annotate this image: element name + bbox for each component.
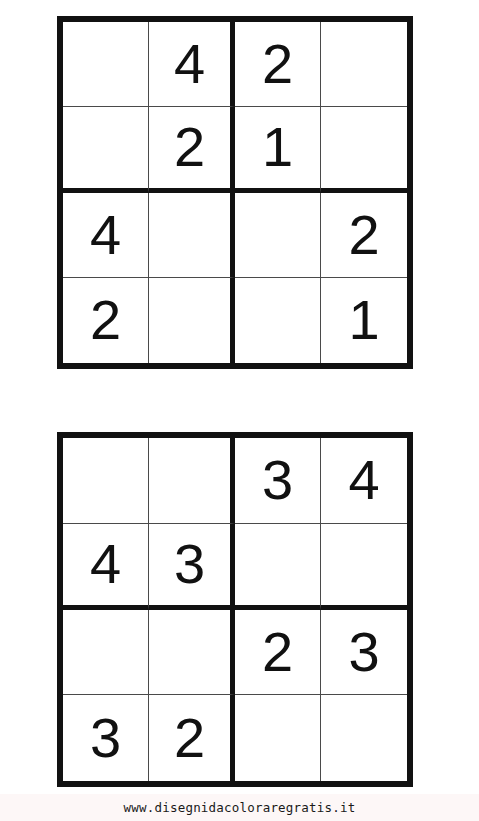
p2-cell-r4c4-empty[interactable] [321, 695, 407, 781]
p2-cell-r4c1-given: 3 [63, 695, 149, 781]
p1-cell-r3c1-given: 4 [63, 193, 149, 278]
p1-cell-r4c2-empty[interactable] [149, 278, 235, 363]
p2-cell-r3c2-empty[interactable] [149, 610, 235, 696]
p2-cell-r2c3-empty[interactable] [235, 524, 321, 610]
sudoku-board-2: 34432332 [57, 432, 413, 787]
watermark-url: www.disegnidacoloraregratis.it [124, 800, 356, 815]
p1-cell-r2c1-empty[interactable] [63, 107, 149, 192]
p2-cell-r1c4-given: 4 [321, 438, 407, 524]
p1-cell-r3c4-given: 2 [321, 193, 407, 278]
p1-cell-r4c1-given: 2 [63, 278, 149, 363]
p2-cell-r2c4-empty[interactable] [321, 524, 407, 610]
p2-cell-r1c3-given: 3 [235, 438, 321, 524]
p1-cell-r1c2-given: 4 [149, 22, 235, 107]
p2-cell-r2c1-given: 4 [63, 524, 149, 610]
p2-cell-r3c4-given: 3 [321, 610, 407, 696]
watermark-band: www.disegnidacoloraregratis.it [0, 794, 479, 821]
p2-cell-r2c2-given: 3 [149, 524, 235, 610]
printable-sudoku-page: 42214221 34432332 www.disegnidacolorareg… [0, 0, 479, 821]
p2-cell-r1c2-empty[interactable] [149, 438, 235, 524]
p1-cell-r3c2-empty[interactable] [149, 193, 235, 278]
p1-cell-r4c4-given: 1 [321, 278, 407, 363]
p1-cell-r4c3-empty[interactable] [235, 278, 321, 363]
p2-cell-r4c2-given: 2 [149, 695, 235, 781]
p1-cell-r1c3-given: 2 [235, 22, 321, 107]
p1-cell-r1c1-empty[interactable] [63, 22, 149, 107]
p1-cell-r1c4-empty[interactable] [321, 22, 407, 107]
p1-cell-r2c4-empty[interactable] [321, 107, 407, 192]
p1-cell-r3c3-empty[interactable] [235, 193, 321, 278]
sudoku-board-1: 42214221 [57, 16, 413, 369]
p2-cell-r4c3-empty[interactable] [235, 695, 321, 781]
p1-cell-r2c2-given: 2 [149, 107, 235, 192]
p2-cell-r3c3-given: 2 [235, 610, 321, 696]
p2-cell-r1c1-empty[interactable] [63, 438, 149, 524]
p1-cell-r2c3-given: 1 [235, 107, 321, 192]
p2-cell-r3c1-empty[interactable] [63, 610, 149, 696]
